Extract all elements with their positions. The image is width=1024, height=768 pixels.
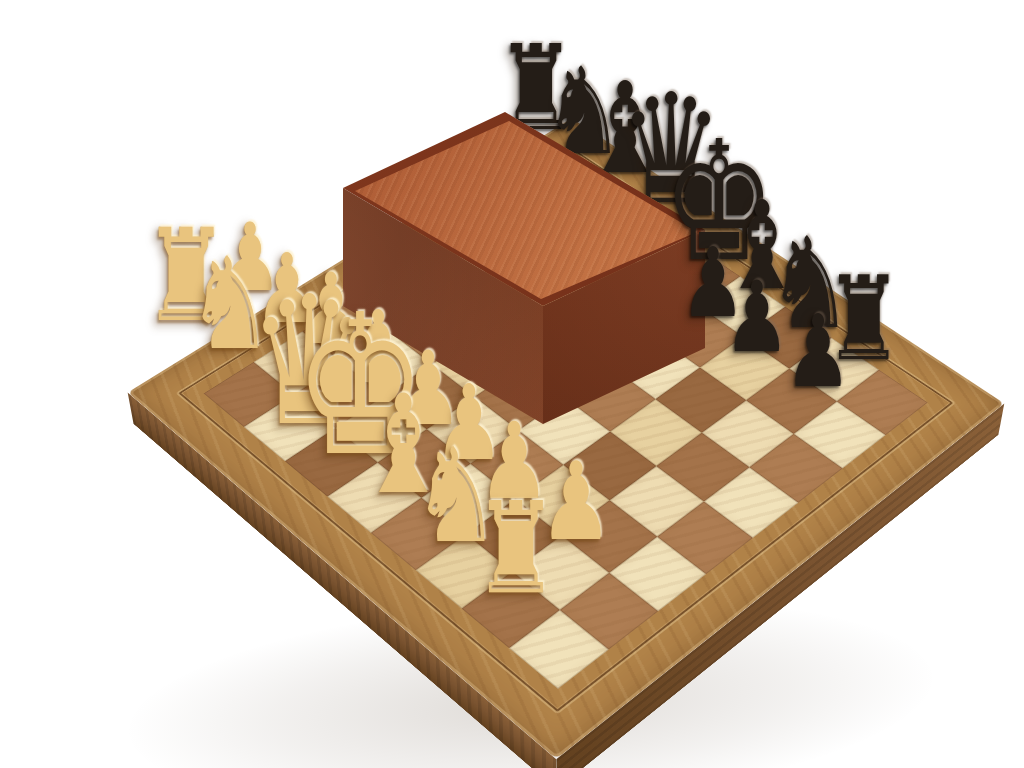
- piece-black-pawn-h7[interactable]: ♟: [784, 302, 852, 402]
- piece-black-pawn-g7[interactable]: ♟: [724, 268, 791, 366]
- piece-white-rook-h1[interactable]: ♜: [473, 486, 559, 612]
- chess-set-photo: ♜♞♝♛ ♜♞♛♚♝♞♜♟♟♟♟♟♟♟♟♚♝♞♜♟♟♟: [0, 0, 1024, 768]
- pieces-layer: ♜♞♛♚♝♞♜♟♟♟♟♟♟♟♟♚♝♞♜♟♟♟: [0, 0, 1024, 768]
